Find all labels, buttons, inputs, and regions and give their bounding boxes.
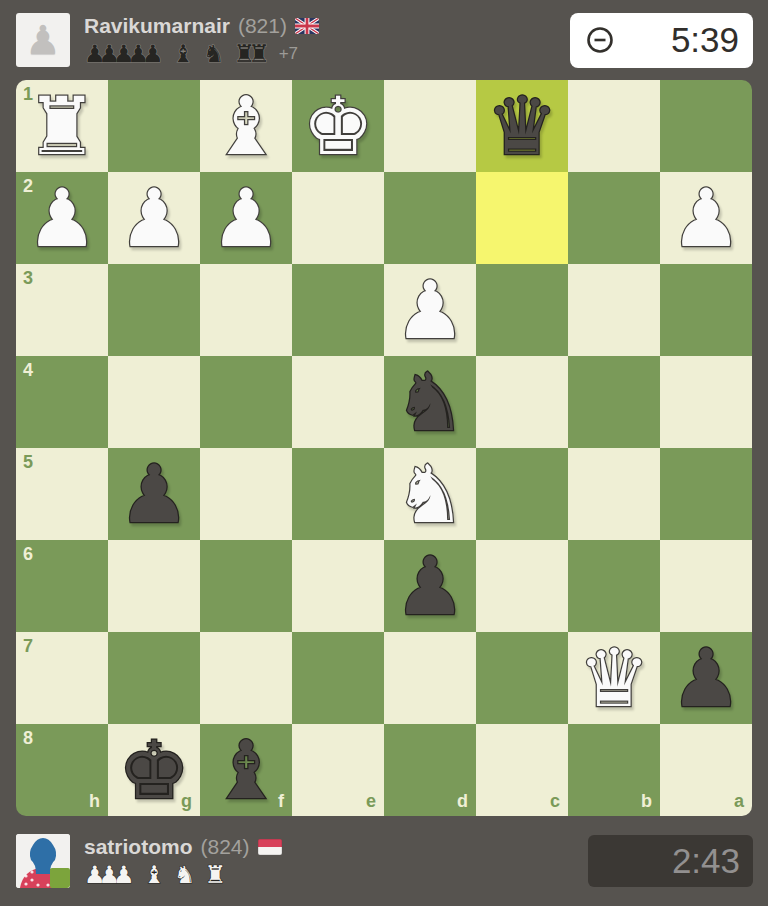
white-pawn: ♟ xyxy=(200,172,292,264)
square-a5[interactable] xyxy=(660,448,752,540)
square-a8[interactable]: a xyxy=(660,724,752,816)
rank-label-8: 8 xyxy=(23,728,33,749)
chess-app: ♟ Ravikumarnair (821) ♟♟♟♟♟♝♞♜♜ +7 xyxy=(0,0,768,906)
captured-rook-group: ♜ xyxy=(205,861,227,889)
square-c8[interactable]: c xyxy=(476,724,568,816)
square-b4[interactable] xyxy=(568,356,660,448)
player-info: satriotomo (824) ♟♟♟♝♞♜ xyxy=(84,835,282,888)
white-pawn: ♟ xyxy=(108,172,200,264)
square-g5[interactable]: ♟ xyxy=(108,448,200,540)
white-king: ♚ xyxy=(292,80,384,172)
square-f3[interactable] xyxy=(200,264,292,356)
square-f4[interactable] xyxy=(200,356,292,448)
file-label-a: a xyxy=(734,791,744,812)
black-pawn: ♟ xyxy=(108,448,200,540)
white-pawn: ♟ xyxy=(16,172,108,264)
captured-black-pieces: ♟♟♟♟♟♝♞♜♜ xyxy=(84,41,279,67)
black-knight: ♞ xyxy=(384,356,476,448)
square-c7[interactable] xyxy=(476,632,568,724)
square-h8[interactable]: 8h xyxy=(16,724,108,816)
player-name[interactable]: satriotomo xyxy=(84,835,193,859)
indonesia-flag-icon xyxy=(258,839,282,855)
square-h1[interactable]: 1♜ xyxy=(16,80,108,172)
square-f6[interactable] xyxy=(200,540,292,632)
square-d7[interactable] xyxy=(384,632,476,724)
rank-label-7: 7 xyxy=(23,636,33,657)
square-h2[interactable]: 2♟ xyxy=(16,172,108,264)
captured-knight-group: ♞ xyxy=(203,40,225,68)
square-e1[interactable]: ♚ xyxy=(292,80,384,172)
square-d3[interactable]: ♟ xyxy=(384,264,476,356)
pawn-avatar-icon: ♟ xyxy=(16,13,70,67)
player-clock-time: 2:43 xyxy=(601,841,740,881)
opponent-player-bar: ♟ Ravikumarnair (821) ♟♟♟♟♟♝♞♜♜ +7 xyxy=(0,0,768,80)
square-a3[interactable] xyxy=(660,264,752,356)
captured-rook-group: ♜♜ xyxy=(234,40,270,68)
white-queen: ♛ xyxy=(568,632,660,724)
chess-board[interactable]: 1♜♝♚♛2♟♟♟♟3♟4♞5♟♞6♟7♛♟8hg♚f♝edcba xyxy=(16,80,752,816)
black-queen: ♛ xyxy=(476,80,568,172)
square-c3[interactable] xyxy=(476,264,568,356)
square-g8[interactable]: g♚ xyxy=(108,724,200,816)
square-c5[interactable] xyxy=(476,448,568,540)
square-e8[interactable]: e xyxy=(292,724,384,816)
square-a6[interactable] xyxy=(660,540,752,632)
captured-pawn-group: ♟♟♟ xyxy=(84,861,135,889)
square-d2[interactable] xyxy=(384,172,476,264)
square-a2[interactable]: ♟ xyxy=(660,172,752,264)
white-pawn: ♟ xyxy=(384,264,476,356)
square-f5[interactable] xyxy=(200,448,292,540)
material-advantage: +7 xyxy=(279,41,298,67)
opponent-rating: (821) xyxy=(238,14,287,38)
uk-flag-icon xyxy=(295,18,319,34)
square-g1[interactable] xyxy=(108,80,200,172)
square-h3[interactable]: 3 xyxy=(16,264,108,356)
square-f1[interactable]: ♝ xyxy=(200,80,292,172)
black-bishop: ♝ xyxy=(200,724,292,816)
square-b6[interactable] xyxy=(568,540,660,632)
opponent-captured-pieces: ♟♟♟♟♟♝♞♜♜ +7 xyxy=(84,41,319,67)
square-c2[interactable] xyxy=(476,172,568,264)
opponent-clock: 5:39 xyxy=(570,13,753,68)
square-h4[interactable]: 4 xyxy=(16,356,108,448)
minus-circle-icon xyxy=(586,26,614,54)
file-label-d: d xyxy=(457,791,468,812)
opponent-info: Ravikumarnair (821) ♟♟♟♟♟♝♞♜♜ +7 xyxy=(84,14,319,67)
square-b7[interactable]: ♛ xyxy=(568,632,660,724)
black-king: ♚ xyxy=(108,724,200,816)
square-a4[interactable] xyxy=(660,356,752,448)
square-g2[interactable]: ♟ xyxy=(108,172,200,264)
square-c4[interactable] xyxy=(476,356,568,448)
captured-bishop-group: ♝ xyxy=(144,861,166,889)
rank-label-6: 6 xyxy=(23,544,33,565)
square-b8[interactable]: b xyxy=(568,724,660,816)
captured-knight-group: ♞ xyxy=(174,861,196,889)
square-e2[interactable] xyxy=(292,172,384,264)
square-e6[interactable] xyxy=(292,540,384,632)
rank-label-4: 4 xyxy=(23,360,33,381)
square-g6[interactable] xyxy=(108,540,200,632)
square-d4[interactable]: ♞ xyxy=(384,356,476,448)
square-f8[interactable]: f♝ xyxy=(200,724,292,816)
square-b5[interactable] xyxy=(568,448,660,540)
captured-white-pieces: ♟♟♟♝♞♜ xyxy=(84,862,235,888)
square-d1[interactable] xyxy=(384,80,476,172)
square-a1[interactable] xyxy=(660,80,752,172)
square-h5[interactable]: 5 xyxy=(16,448,108,540)
square-b1[interactable] xyxy=(568,80,660,172)
square-d8[interactable]: d xyxy=(384,724,476,816)
player-captured-pieces: ♟♟♟♝♞♜ xyxy=(84,862,282,888)
square-f2[interactable]: ♟ xyxy=(200,172,292,264)
square-c6[interactable] xyxy=(476,540,568,632)
opponent-avatar[interactable]: ♟ xyxy=(16,13,70,67)
opponent-name[interactable]: Ravikumarnair xyxy=(84,14,230,38)
square-e4[interactable] xyxy=(292,356,384,448)
square-e7[interactable] xyxy=(292,632,384,724)
file-label-e: e xyxy=(366,791,376,812)
black-pawn: ♟ xyxy=(384,540,476,632)
square-g7[interactable] xyxy=(108,632,200,724)
square-a7[interactable]: ♟ xyxy=(660,632,752,724)
square-e3[interactable] xyxy=(292,264,384,356)
square-b3[interactable] xyxy=(568,264,660,356)
online-status-badge xyxy=(50,868,70,888)
player-avatar[interactable] xyxy=(16,834,70,888)
rank-label-3: 3 xyxy=(23,268,33,289)
square-f7[interactable] xyxy=(200,632,292,724)
white-rook: ♜ xyxy=(16,80,108,172)
opponent-clock-time: 5:39 xyxy=(614,20,739,60)
file-label-c: c xyxy=(550,791,560,812)
square-g4[interactable] xyxy=(108,356,200,448)
square-b2[interactable] xyxy=(568,172,660,264)
square-h6[interactable]: 6 xyxy=(16,540,108,632)
rank-label-5: 5 xyxy=(23,452,33,473)
board-area: 1♜♝♚♛2♟♟♟♟3♟4♞5♟♞6♟7♛♟8hg♚f♝edcba xyxy=(0,80,768,816)
file-label-b: b xyxy=(641,791,652,812)
black-pawn: ♟ xyxy=(660,632,752,724)
captured-pawn-group: ♟♟♟♟♟ xyxy=(84,40,164,68)
file-label-h: h xyxy=(89,791,100,812)
player-player-bar: satriotomo (824) ♟♟♟♝♞♜ 2:43 xyxy=(0,816,768,906)
player-rating: (824) xyxy=(201,835,250,859)
square-c1[interactable]: ♛ xyxy=(476,80,568,172)
white-knight: ♞ xyxy=(384,448,476,540)
white-pawn: ♟ xyxy=(660,172,752,264)
square-d6[interactable]: ♟ xyxy=(384,540,476,632)
white-bishop: ♝ xyxy=(200,80,292,172)
square-d5[interactable]: ♞ xyxy=(384,448,476,540)
player-clock: 2:43 xyxy=(588,835,753,887)
square-e5[interactable] xyxy=(292,448,384,540)
square-g3[interactable] xyxy=(108,264,200,356)
square-h7[interactable]: 7 xyxy=(16,632,108,724)
captured-bishop-group: ♝ xyxy=(173,40,195,68)
